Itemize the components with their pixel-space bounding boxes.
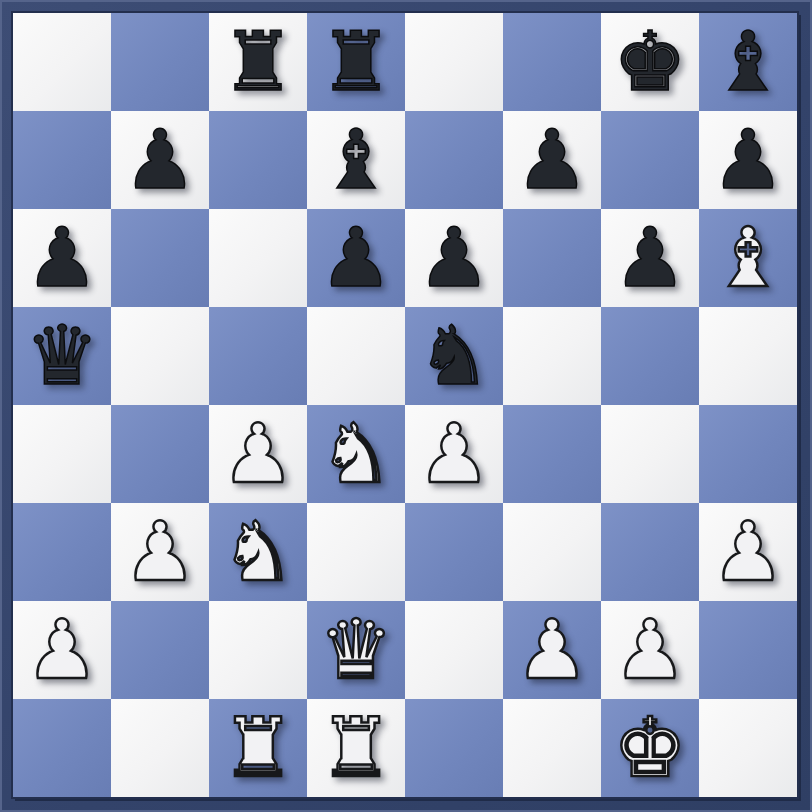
square-f2[interactable]: ♟ <box>503 601 601 699</box>
square-e8[interactable] <box>405 13 503 111</box>
board-frame: ♜♜♚♝♟♝♟♟♟♟♟♟♝♛♞♟♞♟♟♞♟♟♛♟♟♜♜♚ <box>0 0 812 812</box>
square-f8[interactable] <box>503 13 601 111</box>
piece-black-pawn[interactable]: ♟ <box>319 217 393 299</box>
square-g2[interactable]: ♟ <box>601 601 699 699</box>
piece-black-pawn[interactable]: ♟ <box>613 217 687 299</box>
square-g5[interactable] <box>601 307 699 405</box>
piece-white-king[interactable]: ♚ <box>613 707 687 789</box>
piece-white-queen[interactable]: ♛ <box>319 609 393 691</box>
square-a4[interactable] <box>13 405 111 503</box>
square-g7[interactable] <box>601 111 699 209</box>
piece-black-knight[interactable]: ♞ <box>417 315 491 397</box>
square-d6[interactable]: ♟ <box>307 209 405 307</box>
square-g8[interactable]: ♚ <box>601 13 699 111</box>
piece-white-rook[interactable]: ♜ <box>319 707 393 789</box>
square-h7[interactable]: ♟ <box>699 111 797 209</box>
square-h3[interactable]: ♟ <box>699 503 797 601</box>
piece-white-knight[interactable]: ♞ <box>221 511 295 593</box>
piece-white-pawn[interactable]: ♟ <box>221 413 295 495</box>
square-f6[interactable] <box>503 209 601 307</box>
piece-white-pawn[interactable]: ♟ <box>25 609 99 691</box>
square-e6[interactable]: ♟ <box>405 209 503 307</box>
piece-white-pawn[interactable]: ♟ <box>711 511 785 593</box>
piece-black-pawn[interactable]: ♟ <box>123 119 197 201</box>
square-a7[interactable] <box>13 111 111 209</box>
square-b5[interactable] <box>111 307 209 405</box>
piece-white-knight[interactable]: ♞ <box>319 413 393 495</box>
square-d4[interactable]: ♞ <box>307 405 405 503</box>
square-f3[interactable] <box>503 503 601 601</box>
piece-black-pawn[interactable]: ♟ <box>417 217 491 299</box>
piece-black-king[interactable]: ♚ <box>613 21 687 103</box>
square-g6[interactable]: ♟ <box>601 209 699 307</box>
square-b4[interactable] <box>111 405 209 503</box>
square-c1[interactable]: ♜ <box>209 699 307 797</box>
square-g1[interactable]: ♚ <box>601 699 699 797</box>
square-b7[interactable]: ♟ <box>111 111 209 209</box>
piece-white-rook[interactable]: ♜ <box>221 707 295 789</box>
square-d1[interactable]: ♜ <box>307 699 405 797</box>
square-f4[interactable] <box>503 405 601 503</box>
piece-black-bishop[interactable]: ♝ <box>711 21 785 103</box>
square-d8[interactable]: ♜ <box>307 13 405 111</box>
square-b1[interactable] <box>111 699 209 797</box>
square-c5[interactable] <box>209 307 307 405</box>
square-f7[interactable]: ♟ <box>503 111 601 209</box>
chess-board: ♜♜♚♝♟♝♟♟♟♟♟♟♝♛♞♟♞♟♟♞♟♟♛♟♟♜♜♚ <box>13 13 797 797</box>
square-h4[interactable] <box>699 405 797 503</box>
square-d3[interactable] <box>307 503 405 601</box>
square-c2[interactable] <box>209 601 307 699</box>
square-a5[interactable]: ♛ <box>13 307 111 405</box>
square-e7[interactable] <box>405 111 503 209</box>
piece-black-pawn[interactable]: ♟ <box>515 119 589 201</box>
square-h6[interactable]: ♝ <box>699 209 797 307</box>
square-d5[interactable] <box>307 307 405 405</box>
square-c8[interactable]: ♜ <box>209 13 307 111</box>
square-a2[interactable]: ♟ <box>13 601 111 699</box>
square-b6[interactable] <box>111 209 209 307</box>
piece-white-pawn[interactable]: ♟ <box>123 511 197 593</box>
square-b2[interactable] <box>111 601 209 699</box>
square-c4[interactable]: ♟ <box>209 405 307 503</box>
piece-black-bishop[interactable]: ♝ <box>319 119 393 201</box>
square-a1[interactable] <box>13 699 111 797</box>
square-e3[interactable] <box>405 503 503 601</box>
square-b8[interactable] <box>111 13 209 111</box>
piece-black-rook[interactable]: ♜ <box>221 21 295 103</box>
piece-black-pawn[interactable]: ♟ <box>711 119 785 201</box>
square-e1[interactable] <box>405 699 503 797</box>
square-d2[interactable]: ♛ <box>307 601 405 699</box>
square-h1[interactable] <box>699 699 797 797</box>
piece-white-pawn[interactable]: ♟ <box>417 413 491 495</box>
piece-white-pawn[interactable]: ♟ <box>515 609 589 691</box>
square-h8[interactable]: ♝ <box>699 13 797 111</box>
piece-white-bishop[interactable]: ♝ <box>711 217 785 299</box>
square-c7[interactable] <box>209 111 307 209</box>
piece-white-pawn[interactable]: ♟ <box>613 609 687 691</box>
square-a3[interactable] <box>13 503 111 601</box>
square-h2[interactable] <box>699 601 797 699</box>
square-e2[interactable] <box>405 601 503 699</box>
square-e4[interactable]: ♟ <box>405 405 503 503</box>
square-b3[interactable]: ♟ <box>111 503 209 601</box>
square-c6[interactable] <box>209 209 307 307</box>
piece-black-queen[interactable]: ♛ <box>25 315 99 397</box>
square-g4[interactable] <box>601 405 699 503</box>
square-f5[interactable] <box>503 307 601 405</box>
square-d7[interactable]: ♝ <box>307 111 405 209</box>
piece-black-rook[interactable]: ♜ <box>319 21 393 103</box>
square-a8[interactable] <box>13 13 111 111</box>
piece-black-pawn[interactable]: ♟ <box>25 217 99 299</box>
square-a6[interactable]: ♟ <box>13 209 111 307</box>
square-h5[interactable] <box>699 307 797 405</box>
square-e5[interactable]: ♞ <box>405 307 503 405</box>
square-f1[interactable] <box>503 699 601 797</box>
square-c3[interactable]: ♞ <box>209 503 307 601</box>
square-g3[interactable] <box>601 503 699 601</box>
